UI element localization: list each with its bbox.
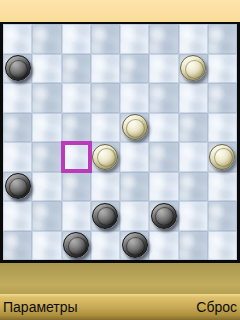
board-cell-a8[interactable] [3, 24, 32, 54]
board-cell-g7[interactable] [179, 54, 208, 84]
board-cell-a5[interactable] [3, 113, 32, 143]
board-cell-b5[interactable] [32, 113, 61, 143]
board-cell-c2[interactable] [62, 201, 91, 231]
board-cell-f1[interactable] [149, 231, 178, 261]
board-cell-a7[interactable] [3, 54, 32, 84]
board-cell-d2[interactable] [91, 201, 120, 231]
dark-checker-piece[interactable] [5, 55, 31, 81]
light-checker-piece[interactable] [92, 144, 118, 170]
board-cell-a1[interactable] [3, 231, 32, 261]
board-cell-e2[interactable] [120, 201, 149, 231]
board-cell-f2[interactable] [149, 201, 178, 231]
board-cell-h7[interactable] [208, 54, 237, 84]
board-cell-h5[interactable] [208, 113, 237, 143]
softkey-right-reset[interactable]: Сброс [196, 294, 237, 320]
board-cell-g5[interactable] [179, 113, 208, 143]
board-cell-d7[interactable] [91, 54, 120, 84]
board-cell-g8[interactable] [179, 24, 208, 54]
light-checker-piece[interactable] [180, 55, 206, 81]
board-cell-d5[interactable] [91, 113, 120, 143]
board-cell-d8[interactable] [91, 24, 120, 54]
checkers-board [0, 22, 240, 263]
board-cell-d6[interactable] [91, 83, 120, 113]
board-cell-f5[interactable] [149, 113, 178, 143]
board-cell-c6[interactable] [62, 83, 91, 113]
board-cell-g1[interactable] [179, 231, 208, 261]
board-cell-f8[interactable] [149, 24, 178, 54]
board-cell-c7[interactable] [62, 54, 91, 84]
board-cell-a2[interactable] [3, 201, 32, 231]
board-cell-e1[interactable] [120, 231, 149, 261]
board-cell-h2[interactable] [208, 201, 237, 231]
board-cell-g3[interactable] [179, 172, 208, 202]
board-cell-d1[interactable] [91, 231, 120, 261]
light-checker-piece[interactable] [122, 114, 148, 140]
board-cell-e6[interactable] [120, 83, 149, 113]
dark-checker-piece[interactable] [92, 203, 118, 229]
board-cell-d4[interactable] [91, 142, 120, 172]
board-cell-b6[interactable] [32, 83, 61, 113]
board-cell-f6[interactable] [149, 83, 178, 113]
board-cell-g4[interactable] [179, 142, 208, 172]
board-cell-c3[interactable] [62, 172, 91, 202]
board-cell-g6[interactable] [179, 83, 208, 113]
board-cell-b2[interactable] [32, 201, 61, 231]
dark-checker-piece[interactable] [122, 232, 148, 258]
board-cell-b3[interactable] [32, 172, 61, 202]
board-cell-g2[interactable] [179, 201, 208, 231]
board-cell-a6[interactable] [3, 83, 32, 113]
board-cell-a3[interactable] [3, 172, 32, 202]
board-cell-c5[interactable] [62, 113, 91, 143]
board-cell-b8[interactable] [32, 24, 61, 54]
board-cell-h4[interactable] [208, 142, 237, 172]
board-cell-f3[interactable] [149, 172, 178, 202]
board-cell-a4[interactable] [3, 142, 32, 172]
board-cell-d3[interactable] [91, 172, 120, 202]
board-cell-e8[interactable] [120, 24, 149, 54]
phone-screen: Параметры Сброс [0, 0, 240, 320]
board-cell-b7[interactable] [32, 54, 61, 84]
board-cell-f7[interactable] [149, 54, 178, 84]
board-cell-c4[interactable] [62, 142, 91, 172]
board-cell-c8[interactable] [62, 24, 91, 54]
dark-checker-piece[interactable] [151, 203, 177, 229]
board-cell-c1[interactable] [62, 231, 91, 261]
softkey-bar: Параметры Сброс [0, 294, 240, 320]
dark-checker-piece[interactable] [5, 173, 31, 199]
board-cell-h3[interactable] [208, 172, 237, 202]
board-cell-f4[interactable] [149, 142, 178, 172]
board-cell-e4[interactable] [120, 142, 149, 172]
board-cell-e7[interactable] [120, 54, 149, 84]
dark-checker-piece[interactable] [63, 232, 89, 258]
board-cell-b4[interactable] [32, 142, 61, 172]
board-grid [3, 24, 237, 260]
board-cell-h1[interactable] [208, 231, 237, 261]
board-cell-h8[interactable] [208, 24, 237, 54]
board-cell-h6[interactable] [208, 83, 237, 113]
softkey-left-options[interactable]: Параметры [3, 294, 78, 320]
board-cell-b1[interactable] [32, 231, 61, 261]
light-checker-piece[interactable] [209, 144, 235, 170]
cursor-highlight [61, 141, 92, 173]
top-status-bar [0, 0, 240, 22]
board-cell-e3[interactable] [120, 172, 149, 202]
background-band [0, 263, 240, 295]
board-cell-e5[interactable] [120, 113, 149, 143]
